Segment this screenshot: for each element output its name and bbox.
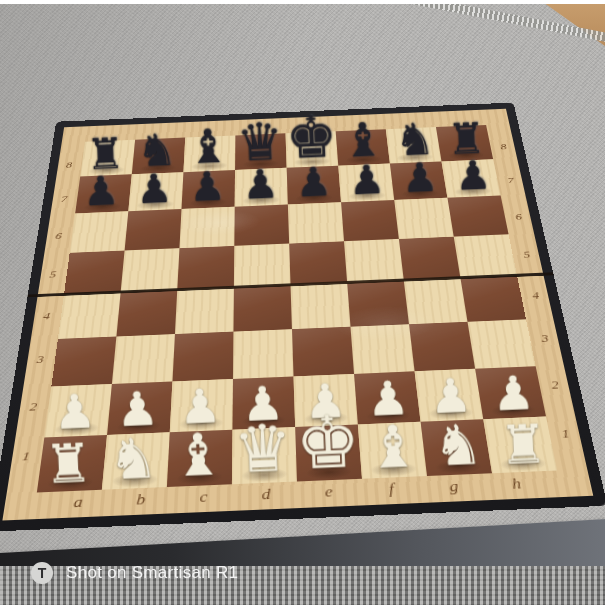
file-label-f: f [359,479,424,502]
file-label-d: d [235,485,298,508]
square-c5 [177,246,234,290]
piece-shadow [366,409,412,423]
square-g7: ♟ [390,161,448,200]
file-label-h: h [484,474,550,497]
square-h3 [468,319,536,368]
square-d8: ♛ [235,133,287,170]
square-a6 [70,211,129,252]
board-wooden-border: ♜♞♝♛♚♝♞♜♟♟♟♟♟♟♟♟♟♟♟♟♟♟♟♟♜♞♝♛♚♝♞♜ abcdefg… [2,109,593,521]
square-d2: ♟ [232,376,295,429]
rank-label-6: 6 [506,198,531,236]
square-c8: ♝ [183,135,235,172]
rank-label-4: 4 [522,274,550,317]
board-perspective-wrapper: ♜♞♝♛♚♝♞♜♟♟♟♟♟♟♟♟♟♟♟♟♟♟♟♟♜♞♝♛♚♝♞♜ abcdefg… [0,103,605,532]
piece-shadow [305,465,352,480]
square-h6 [447,196,508,237]
square-c3 [172,332,233,382]
rank-label-1: 1 [12,431,40,484]
piece-shadow [499,457,548,472]
square-h1: ♜ [483,417,557,474]
square-a4 [58,292,121,339]
square-c6 [179,207,234,248]
piece-shadow [303,411,349,425]
piece-shadow [176,470,223,485]
square-c2: ♟ [170,379,233,432]
piece-shadow [179,417,224,431]
piece-black-pawn-a7: ♟ [74,171,129,213]
rank-label-3: 3 [27,337,53,383]
square-h2: ♟ [475,366,546,419]
rank-label-2: 2 [20,382,47,431]
board-frame: ♜♞♝♛♚♝♞♜♟♟♟♟♟♟♟♟♟♟♟♟♟♟♟♟♜♞♝♛♚♝♞♜ abcdefg… [0,103,605,532]
square-h7: ♟ [442,159,501,198]
piece-shadow [241,414,286,428]
rank-label-5: 5 [41,255,65,296]
square-b4 [116,290,177,337]
square-d3 [233,329,294,379]
square-d1: ♛ [232,427,297,484]
square-g2: ♟ [415,369,484,422]
square-g1: ♞ [421,419,492,476]
square-f3 [350,324,414,374]
rank-label-8: 8 [492,130,516,164]
piece-shadow [434,459,482,474]
square-e3 [292,327,354,377]
square-f6 [341,200,399,241]
rank-label-7: 7 [53,182,75,218]
square-a7: ♟ [75,174,132,213]
file-label-a: a [45,492,110,515]
square-a8: ♜ [80,140,135,177]
square-h4 [460,275,526,321]
square-c4 [175,287,234,334]
square-g5 [399,237,461,281]
square-b1: ♞ [102,432,170,489]
square-b5 [121,248,180,292]
piece-shadow [116,419,162,433]
square-a1: ♜ [37,435,107,492]
square-b2: ♟ [107,381,172,434]
square-a5 [64,250,125,294]
square-b6 [125,209,182,250]
camera-watermark: T Shot on Smartisan R1 [31,562,238,584]
square-f5 [344,239,404,283]
square-d7: ♟ [235,168,288,207]
rank-label-7: 7 [499,163,523,199]
chess-board: ♜♞♝♛♚♝♞♜♟♟♟♟♟♟♟♟♟♟♟♟♟♟♟♟♜♞♝♛♚♝♞♜ [37,125,557,492]
rank-label-6: 6 [47,217,70,255]
piece-shadow [46,475,94,490]
piece-shadow [400,188,439,199]
square-e4 [291,283,351,330]
square-e6 [288,202,344,243]
piece-shadow [53,422,99,436]
square-a2: ♟ [44,384,112,438]
piece-shadow [83,202,122,213]
square-d5 [234,243,291,287]
square-h8: ♜ [436,125,493,161]
square-e5 [289,241,347,285]
square-e2: ♟ [294,374,358,427]
piece-shadow [111,473,159,488]
top-white-strip [0,0,605,4]
square-b8: ♞ [132,138,185,175]
square-e8: ♚ [286,131,339,168]
rank-label-5: 5 [514,235,540,275]
file-label-c: c [172,487,235,510]
rank-label-8: 8 [58,148,79,182]
piece-black-pawn-d7: ♟ [233,164,288,206]
square-d6 [234,205,289,246]
square-a3 [51,336,116,386]
rank-label-4: 4 [34,295,59,338]
piece-shadow [88,165,126,175]
square-g4 [404,278,468,324]
square-c7: ♟ [182,170,236,209]
square-f4 [347,280,409,327]
square-e7: ♟ [287,166,341,205]
piece-shadow [189,197,227,208]
smartisan-logo-icon: T [31,562,53,584]
square-e1: ♚ [295,424,362,481]
file-label-e: e [297,482,361,505]
piece-shadow [490,404,537,418]
board-scene: ♜♞♝♛♚♝♞♜♟♟♟♟♟♟♟♟♟♟♟♟♟♟♟♟♜♞♝♛♚♝♞♜ abcdefg… [0,30,605,605]
square-h5 [454,234,517,278]
square-f1: ♝ [358,422,427,479]
photo-of-chess-board: ♜♞♝♛♚♝♞♜♟♟♟♟♟♟♟♟♟♟♟♟♟♟♟♟♜♞♝♛♚♝♞♜ abcdefg… [0,0,605,605]
file-label-b: b [108,490,172,513]
rank-label-2: 2 [540,361,570,409]
rank-label-1: 1 [550,409,581,461]
square-f7: ♟ [338,164,394,203]
piece-shadow [345,155,383,165]
square-b3 [112,334,175,384]
square-b7: ♟ [128,172,183,211]
square-g3 [409,322,475,372]
square-f8: ♝ [336,129,390,166]
file-label-g: g [422,477,487,500]
square-f2: ♟ [354,371,421,424]
piece-shadow [428,406,475,420]
rank-label-3: 3 [531,316,560,361]
piece-shadow [241,467,288,482]
square-g6 [394,198,453,239]
square-c1: ♝ [167,430,233,487]
piece-shadow [370,462,418,477]
watermark-text: Shot on Smartisan R1 [66,563,238,583]
square-g8: ♞ [386,127,442,164]
square-d4 [233,285,292,332]
